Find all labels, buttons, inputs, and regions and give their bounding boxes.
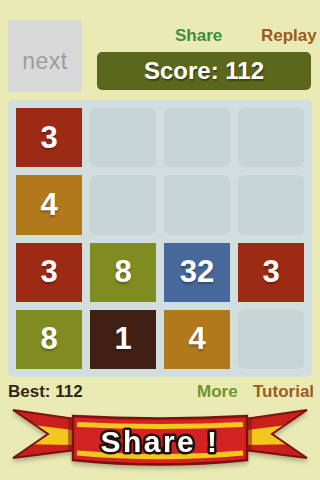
empty-cell — [164, 108, 230, 167]
tile-3: 3 — [238, 243, 304, 302]
share-button[interactable]: Share — [175, 26, 222, 46]
tile-8: 8 — [90, 243, 156, 302]
tile-3: 3 — [16, 108, 82, 167]
score-text: Score: 112 — [144, 57, 264, 85]
tile-4: 4 — [164, 310, 230, 369]
tile-3: 3 — [16, 243, 82, 302]
score-display: Score: 112 — [97, 52, 311, 90]
tile-4: 4 — [16, 175, 82, 234]
ribbon-right-wing — [240, 410, 310, 458]
tutorial-button[interactable]: Tutorial — [253, 382, 314, 402]
tile-32: 32 — [164, 243, 230, 302]
next-label: next — [22, 38, 67, 75]
empty-cell — [238, 108, 304, 167]
more-button[interactable]: More — [197, 382, 238, 402]
empty-cell — [238, 310, 304, 369]
next-tile-preview: next — [8, 20, 82, 92]
tile-1: 1 — [90, 310, 156, 369]
share-ribbon-button[interactable]: Share ! — [0, 403, 320, 478]
ribbon-label: Share ! — [100, 425, 219, 458]
empty-cell — [164, 175, 230, 234]
tile-8: 8 — [16, 310, 82, 369]
replay-button[interactable]: Replay — [261, 26, 317, 46]
empty-cell — [90, 108, 156, 167]
game-screen: next Share Replay Score: 112 3438323814 … — [0, 0, 320, 480]
ribbon-left-wing — [10, 410, 80, 458]
game-board[interactable]: 3438323814 — [8, 100, 312, 377]
best-score-text: Best: 112 — [8, 382, 83, 402]
empty-cell — [238, 175, 304, 234]
empty-cell — [90, 175, 156, 234]
